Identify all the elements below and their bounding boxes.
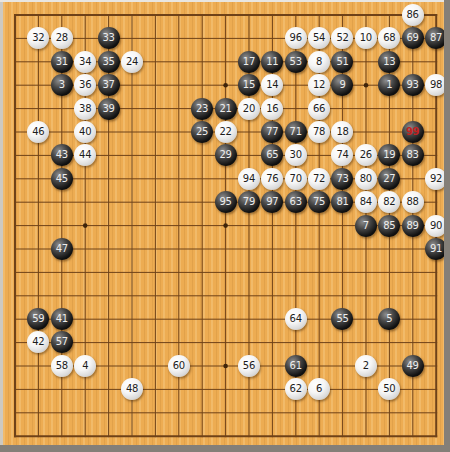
- point-14-3[interactable]: 9: [331, 73, 354, 96]
- point-8-8[interactable]: [190, 190, 213, 213]
- point-5-17[interactable]: [120, 401, 143, 424]
- point-8-12[interactable]: [190, 284, 213, 307]
- point-4-14[interactable]: [97, 331, 120, 354]
- point-15-16[interactable]: [354, 378, 377, 401]
- point-6-9[interactable]: [144, 214, 167, 237]
- point-13-8[interactable]: 75: [307, 190, 330, 213]
- point-1-11[interactable]: [27, 261, 50, 284]
- point-1-12[interactable]: [27, 284, 50, 307]
- point-3-16[interactable]: [73, 378, 96, 401]
- point-12-11[interactable]: [284, 261, 307, 284]
- point-14-8[interactable]: 81: [331, 190, 354, 213]
- point-5-15[interactable]: [120, 354, 143, 377]
- point-11-1[interactable]: [261, 27, 284, 50]
- point-1-13[interactable]: 59: [27, 307, 50, 330]
- point-9-1[interactable]: [214, 27, 237, 50]
- point-11-0[interactable]: [261, 3, 284, 26]
- point-9-6[interactable]: 29: [214, 144, 237, 167]
- point-7-3[interactable]: [167, 73, 190, 96]
- point-15-3[interactable]: [354, 73, 377, 96]
- point-16-11[interactable]: [378, 261, 401, 284]
- point-4-12[interactable]: [97, 284, 120, 307]
- point-10-13[interactable]: [237, 307, 260, 330]
- point-5-7[interactable]: [120, 167, 143, 190]
- point-1-0[interactable]: [27, 3, 50, 26]
- point-12-17[interactable]: [284, 401, 307, 424]
- point-4-15[interactable]: [97, 354, 120, 377]
- point-2-1[interactable]: 28: [50, 27, 73, 50]
- point-15-12[interactable]: [354, 284, 377, 307]
- point-17-7[interactable]: [401, 167, 424, 190]
- point-12-10[interactable]: [284, 237, 307, 260]
- point-0-4[interactable]: [3, 97, 26, 120]
- point-1-1[interactable]: 32: [27, 27, 50, 50]
- point-3-3[interactable]: 36: [73, 73, 96, 96]
- point-4-5[interactable]: [97, 120, 120, 143]
- point-12-16[interactable]: 62: [284, 378, 307, 401]
- point-17-1[interactable]: 69: [401, 27, 424, 50]
- point-7-13[interactable]: [167, 307, 190, 330]
- point-4-13[interactable]: [97, 307, 120, 330]
- point-8-14[interactable]: [190, 331, 213, 354]
- point-13-5[interactable]: 78: [307, 120, 330, 143]
- point-4-4[interactable]: 39: [97, 97, 120, 120]
- point-8-10[interactable]: [190, 237, 213, 260]
- point-6-16[interactable]: [144, 378, 167, 401]
- point-12-1[interactable]: 96: [284, 27, 307, 50]
- point-14-15[interactable]: [331, 354, 354, 377]
- point-10-3[interactable]: 15: [237, 73, 260, 96]
- point-1-17[interactable]: [27, 401, 50, 424]
- point-5-9[interactable]: [120, 214, 143, 237]
- point-8-7[interactable]: [190, 167, 213, 190]
- point-16-6[interactable]: 19: [378, 144, 401, 167]
- point-14-4[interactable]: [331, 97, 354, 120]
- point-2-17[interactable]: [50, 401, 73, 424]
- point-13-9[interactable]: [307, 214, 330, 237]
- point-9-17[interactable]: [214, 401, 237, 424]
- point-2-0[interactable]: [50, 3, 73, 26]
- point-2-15[interactable]: 58: [50, 354, 73, 377]
- point-2-2[interactable]: 31: [50, 50, 73, 73]
- point-4-0[interactable]: [97, 3, 120, 26]
- point-3-10[interactable]: [73, 237, 96, 260]
- point-0-1[interactable]: [3, 27, 26, 50]
- point-17-11[interactable]: [401, 261, 424, 284]
- point-11-5[interactable]: 77: [261, 120, 284, 143]
- point-17-13[interactable]: [401, 307, 424, 330]
- point-4-8[interactable]: [97, 190, 120, 213]
- point-1-8[interactable]: [27, 190, 50, 213]
- point-12-6[interactable]: 30: [284, 144, 307, 167]
- point-10-17[interactable]: [237, 401, 260, 424]
- point-17-4[interactable]: [401, 97, 424, 120]
- point-7-10[interactable]: [167, 237, 190, 260]
- point-5-4[interactable]: [120, 97, 143, 120]
- point-17-15[interactable]: 49: [401, 354, 424, 377]
- point-5-8[interactable]: [120, 190, 143, 213]
- point-13-17[interactable]: [307, 401, 330, 424]
- point-2-9[interactable]: [50, 214, 73, 237]
- point-11-11[interactable]: [261, 261, 284, 284]
- point-16-10[interactable]: [378, 237, 401, 260]
- point-2-7[interactable]: 45: [50, 167, 73, 190]
- point-4-3[interactable]: 37: [97, 73, 120, 96]
- point-9-3[interactable]: [214, 73, 237, 96]
- point-14-5[interactable]: 18: [331, 120, 354, 143]
- point-6-8[interactable]: [144, 190, 167, 213]
- point-14-14[interactable]: [331, 331, 354, 354]
- point-3-7[interactable]: [73, 167, 96, 190]
- point-3-12[interactable]: [73, 284, 96, 307]
- point-0-0[interactable]: [3, 3, 26, 26]
- point-17-3[interactable]: 93: [401, 73, 424, 96]
- point-7-2[interactable]: [167, 50, 190, 73]
- point-11-13[interactable]: [261, 307, 284, 330]
- point-4-1[interactable]: 33: [97, 27, 120, 50]
- point-4-10[interactable]: [97, 237, 120, 260]
- point-1-9[interactable]: [27, 214, 50, 237]
- point-0-15[interactable]: [3, 354, 26, 377]
- point-14-6[interactable]: 74: [331, 144, 354, 167]
- point-5-2[interactable]: 24: [120, 50, 143, 73]
- point-8-0[interactable]: [190, 3, 213, 26]
- point-4-7[interactable]: [97, 167, 120, 190]
- point-9-4[interactable]: 21: [214, 97, 237, 120]
- point-7-11[interactable]: [167, 261, 190, 284]
- point-11-16[interactable]: [261, 378, 284, 401]
- point-6-6[interactable]: [144, 144, 167, 167]
- point-9-10[interactable]: [214, 237, 237, 260]
- point-13-1[interactable]: 54: [307, 27, 330, 50]
- point-5-0[interactable]: [120, 3, 143, 26]
- point-15-7[interactable]: 80: [354, 167, 377, 190]
- point-5-5[interactable]: [120, 120, 143, 143]
- point-3-4[interactable]: 38: [73, 97, 96, 120]
- point-5-11[interactable]: [120, 261, 143, 284]
- point-6-10[interactable]: [144, 237, 167, 260]
- point-15-4[interactable]: [354, 97, 377, 120]
- point-7-6[interactable]: [167, 144, 190, 167]
- point-7-7[interactable]: [167, 167, 190, 190]
- point-7-4[interactable]: [167, 97, 190, 120]
- point-5-16[interactable]: 48: [120, 378, 143, 401]
- point-7-8[interactable]: [167, 190, 190, 213]
- point-3-6[interactable]: 44: [73, 144, 96, 167]
- point-1-7[interactable]: [27, 167, 50, 190]
- point-14-2[interactable]: 51: [331, 50, 354, 73]
- point-9-5[interactable]: 22: [214, 120, 237, 143]
- point-7-15[interactable]: 60: [167, 354, 190, 377]
- point-9-12[interactable]: [214, 284, 237, 307]
- point-12-7[interactable]: 70: [284, 167, 307, 190]
- point-16-9[interactable]: 85: [378, 214, 401, 237]
- point-5-6[interactable]: [120, 144, 143, 167]
- point-3-14[interactable]: [73, 331, 96, 354]
- point-1-14[interactable]: 42: [27, 331, 50, 354]
- point-15-10[interactable]: [354, 237, 377, 260]
- point-15-5[interactable]: [354, 120, 377, 143]
- point-1-5[interactable]: 46: [27, 120, 50, 143]
- point-10-12[interactable]: [237, 284, 260, 307]
- point-8-9[interactable]: [190, 214, 213, 237]
- point-3-13[interactable]: [73, 307, 96, 330]
- point-10-2[interactable]: 17: [237, 50, 260, 73]
- point-17-6[interactable]: 83: [401, 144, 424, 167]
- point-12-0[interactable]: [284, 3, 307, 26]
- point-6-3[interactable]: [144, 73, 167, 96]
- point-3-1[interactable]: [73, 27, 96, 50]
- point-0-8[interactable]: [3, 190, 26, 213]
- point-9-7[interactable]: [214, 167, 237, 190]
- point-12-3[interactable]: [284, 73, 307, 96]
- point-10-16[interactable]: [237, 378, 260, 401]
- point-7-17[interactable]: [167, 401, 190, 424]
- point-15-17[interactable]: [354, 401, 377, 424]
- point-10-1[interactable]: [237, 27, 260, 50]
- point-6-5[interactable]: [144, 120, 167, 143]
- point-0-16[interactable]: [3, 378, 26, 401]
- point-16-8[interactable]: 82: [378, 190, 401, 213]
- point-14-10[interactable]: [331, 237, 354, 260]
- point-2-16[interactable]: [50, 378, 73, 401]
- point-16-15[interactable]: [378, 354, 401, 377]
- point-8-6[interactable]: [190, 144, 213, 167]
- point-1-6[interactable]: [27, 144, 50, 167]
- point-12-15[interactable]: 61: [284, 354, 307, 377]
- point-13-12[interactable]: [307, 284, 330, 307]
- point-2-10[interactable]: 47: [50, 237, 73, 260]
- point-12-12[interactable]: [284, 284, 307, 307]
- point-9-2[interactable]: [214, 50, 237, 73]
- point-14-12[interactable]: [331, 284, 354, 307]
- point-8-5[interactable]: 25: [190, 120, 213, 143]
- point-8-15[interactable]: [190, 354, 213, 377]
- point-3-17[interactable]: [73, 401, 96, 424]
- point-16-14[interactable]: [378, 331, 401, 354]
- point-14-7[interactable]: 73: [331, 167, 354, 190]
- point-3-15[interactable]: 4: [73, 354, 96, 377]
- point-2-3[interactable]: 3: [50, 73, 73, 96]
- point-10-11[interactable]: [237, 261, 260, 284]
- point-6-17[interactable]: [144, 401, 167, 424]
- point-9-0[interactable]: [214, 3, 237, 26]
- point-11-8[interactable]: 97: [261, 190, 284, 213]
- point-6-1[interactable]: [144, 27, 167, 50]
- point-3-9[interactable]: [73, 214, 96, 237]
- point-13-3[interactable]: 12: [307, 73, 330, 96]
- point-13-4[interactable]: 66: [307, 97, 330, 120]
- point-0-17[interactable]: [3, 401, 26, 424]
- point-11-15[interactable]: [261, 354, 284, 377]
- point-13-6[interactable]: [307, 144, 330, 167]
- point-0-5[interactable]: [3, 120, 26, 143]
- point-16-16[interactable]: 50: [378, 378, 401, 401]
- point-14-16[interactable]: [331, 378, 354, 401]
- point-14-11[interactable]: [331, 261, 354, 284]
- point-8-4[interactable]: 23: [190, 97, 213, 120]
- point-3-0[interactable]: [73, 3, 96, 26]
- point-15-13[interactable]: [354, 307, 377, 330]
- point-2-8[interactable]: [50, 190, 73, 213]
- point-16-13[interactable]: 5: [378, 307, 401, 330]
- point-10-4[interactable]: 20: [237, 97, 260, 120]
- point-11-10[interactable]: [261, 237, 284, 260]
- point-0-6[interactable]: [3, 144, 26, 167]
- point-12-13[interactable]: 64: [284, 307, 307, 330]
- point-8-16[interactable]: [190, 378, 213, 401]
- point-17-2[interactable]: [401, 50, 424, 73]
- point-4-16[interactable]: [97, 378, 120, 401]
- point-13-15[interactable]: [307, 354, 330, 377]
- point-10-10[interactable]: [237, 237, 260, 260]
- point-0-11[interactable]: [3, 261, 26, 284]
- point-10-0[interactable]: [237, 3, 260, 26]
- point-6-7[interactable]: [144, 167, 167, 190]
- point-13-14[interactable]: [307, 331, 330, 354]
- point-7-12[interactable]: [167, 284, 190, 307]
- point-8-17[interactable]: [190, 401, 213, 424]
- point-17-12[interactable]: [401, 284, 424, 307]
- point-5-13[interactable]: [120, 307, 143, 330]
- point-15-6[interactable]: 26: [354, 144, 377, 167]
- point-0-10[interactable]: [3, 237, 26, 260]
- point-10-5[interactable]: [237, 120, 260, 143]
- point-15-11[interactable]: [354, 261, 377, 284]
- point-12-2[interactable]: 53: [284, 50, 307, 73]
- point-10-15[interactable]: 56: [237, 354, 260, 377]
- point-0-3[interactable]: [3, 73, 26, 96]
- point-0-14[interactable]: [3, 331, 26, 354]
- point-15-15[interactable]: 2: [354, 354, 377, 377]
- point-13-2[interactable]: 8: [307, 50, 330, 73]
- point-6-11[interactable]: [144, 261, 167, 284]
- point-8-1[interactable]: [190, 27, 213, 50]
- point-2-4[interactable]: [50, 97, 73, 120]
- point-2-5[interactable]: [50, 120, 73, 143]
- point-16-7[interactable]: 27: [378, 167, 401, 190]
- point-12-5[interactable]: 71: [284, 120, 307, 143]
- point-17-10[interactable]: [401, 237, 424, 260]
- point-3-2[interactable]: 34: [73, 50, 96, 73]
- point-7-5[interactable]: [167, 120, 190, 143]
- point-14-0[interactable]: [331, 3, 354, 26]
- point-17-14[interactable]: [401, 331, 424, 354]
- point-6-0[interactable]: [144, 3, 167, 26]
- point-13-11[interactable]: [307, 261, 330, 284]
- point-11-17[interactable]: [261, 401, 284, 424]
- point-7-1[interactable]: [167, 27, 190, 50]
- point-5-12[interactable]: [120, 284, 143, 307]
- point-10-14[interactable]: [237, 331, 260, 354]
- point-10-7[interactable]: 94: [237, 167, 260, 190]
- point-10-6[interactable]: [237, 144, 260, 167]
- point-13-16[interactable]: 6: [307, 378, 330, 401]
- point-4-6[interactable]: [97, 144, 120, 167]
- point-1-10[interactable]: [27, 237, 50, 260]
- point-17-8[interactable]: 88: [401, 190, 424, 213]
- point-15-0[interactable]: [354, 3, 377, 26]
- point-1-16[interactable]: [27, 378, 50, 401]
- point-6-2[interactable]: [144, 50, 167, 73]
- point-7-14[interactable]: [167, 331, 190, 354]
- point-0-2[interactable]: [3, 50, 26, 73]
- point-15-2[interactable]: [354, 50, 377, 73]
- point-8-13[interactable]: [190, 307, 213, 330]
- point-16-5[interactable]: [378, 120, 401, 143]
- point-2-6[interactable]: 43: [50, 144, 73, 167]
- point-8-2[interactable]: [190, 50, 213, 73]
- point-1-3[interactable]: [27, 73, 50, 96]
- point-2-11[interactable]: [50, 261, 73, 284]
- point-7-9[interactable]: [167, 214, 190, 237]
- point-10-8[interactable]: 79: [237, 190, 260, 213]
- point-17-0[interactable]: 86: [401, 3, 424, 26]
- point-14-9[interactable]: [331, 214, 354, 237]
- point-3-8[interactable]: [73, 190, 96, 213]
- point-11-2[interactable]: 11: [261, 50, 284, 73]
- point-11-4[interactable]: 16: [261, 97, 284, 120]
- point-9-16[interactable]: [214, 378, 237, 401]
- point-16-3[interactable]: 1: [378, 73, 401, 96]
- point-15-9[interactable]: 7: [354, 214, 377, 237]
- point-6-13[interactable]: [144, 307, 167, 330]
- point-13-0[interactable]: [307, 3, 330, 26]
- point-9-15[interactable]: [214, 354, 237, 377]
- point-1-2[interactable]: [27, 50, 50, 73]
- point-1-15[interactable]: [27, 354, 50, 377]
- point-2-14[interactable]: 57: [50, 331, 73, 354]
- point-5-3[interactable]: [120, 73, 143, 96]
- point-7-0[interactable]: [167, 3, 190, 26]
- point-4-9[interactable]: [97, 214, 120, 237]
- point-17-9[interactable]: 89: [401, 214, 424, 237]
- point-14-1[interactable]: 52: [331, 27, 354, 50]
- point-11-6[interactable]: 65: [261, 144, 284, 167]
- point-16-2[interactable]: 13: [378, 50, 401, 73]
- point-11-12[interactable]: [261, 284, 284, 307]
- point-16-12[interactable]: [378, 284, 401, 307]
- point-15-1[interactable]: 10: [354, 27, 377, 50]
- point-6-4[interactable]: [144, 97, 167, 120]
- point-7-16[interactable]: [167, 378, 190, 401]
- point-9-11[interactable]: [214, 261, 237, 284]
- point-0-13[interactable]: [3, 307, 26, 330]
- point-8-3[interactable]: [190, 73, 213, 96]
- point-17-17[interactable]: [401, 401, 424, 424]
- point-1-4[interactable]: [27, 97, 50, 120]
- point-3-5[interactable]: 40: [73, 120, 96, 143]
- point-9-14[interactable]: [214, 331, 237, 354]
- point-16-1[interactable]: 68: [378, 27, 401, 50]
- point-15-14[interactable]: [354, 331, 377, 354]
- point-12-9[interactable]: [284, 214, 307, 237]
- point-6-12[interactable]: [144, 284, 167, 307]
- point-11-3[interactable]: 14: [261, 73, 284, 96]
- point-17-5[interactable]: 99: [401, 120, 424, 143]
- point-16-4[interactable]: [378, 97, 401, 120]
- point-14-17[interactable]: [331, 401, 354, 424]
- point-0-7[interactable]: [3, 167, 26, 190]
- point-6-14[interactable]: [144, 331, 167, 354]
- point-9-13[interactable]: [214, 307, 237, 330]
- point-13-13[interactable]: [307, 307, 330, 330]
- point-4-17[interactable]: [97, 401, 120, 424]
- point-3-11[interactable]: [73, 261, 96, 284]
- point-4-11[interactable]: [97, 261, 120, 284]
- point-14-13[interactable]: 55: [331, 307, 354, 330]
- point-12-8[interactable]: 63: [284, 190, 307, 213]
